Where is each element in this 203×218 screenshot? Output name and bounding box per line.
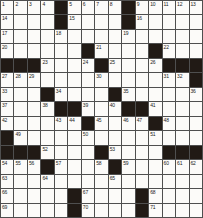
cell-r4c13[interactable]: 22 [163,44,175,57]
clue-number-46: 46 [123,117,128,123]
cell-r4c8[interactable]: 21 [95,44,107,57]
cell-r7c8[interactable] [95,88,107,101]
cell-r1c9[interactable]: 8 [109,1,121,14]
cell-r10c5[interactable] [55,131,67,144]
cell-r7c1[interactable]: 33 [1,88,13,101]
black-square-r15c11 [136,204,148,217]
clue-number-43: 43 [56,117,61,123]
cell-r10c13[interactable] [163,131,175,144]
black-square-r11c1 [1,146,13,159]
cell-r9c15[interactable] [190,117,202,130]
cell-r11c7[interactable] [82,146,94,159]
clue-number-19: 19 [123,30,128,36]
cell-r1c4[interactable]: 4 [41,1,53,14]
cell-r14c14[interactable] [176,189,188,202]
black-square-r4c12 [149,44,161,57]
clue-number-59: 59 [123,160,128,166]
cell-r12c8[interactable]: 58 [95,160,107,173]
clue-number-49: 49 [15,131,20,137]
clue-number-9: 9 [137,1,140,7]
cell-r1c14[interactable]: 12 [176,1,188,14]
cell-r15c8[interactable] [95,204,107,217]
cell-r13c2[interactable] [14,175,26,188]
black-square-r5c3 [28,59,40,72]
cell-r8c14[interactable] [176,102,188,115]
cell-r8c2[interactable] [14,102,26,115]
cell-r12c12[interactable] [149,160,161,173]
clue-number-33: 33 [2,88,7,94]
clue-number-58: 58 [96,160,101,166]
cell-r8c4[interactable]: 38 [41,102,53,115]
cell-r3c10[interactable]: 19 [122,30,134,43]
clue-number-15: 15 [69,15,74,21]
clue-number-36: 36 [191,88,196,94]
clue-number-54: 54 [2,160,7,166]
cell-r8c13[interactable] [163,102,175,115]
clue-number-39: 39 [83,102,88,108]
clue-number-7: 7 [96,1,99,7]
clue-number-69: 69 [2,204,7,210]
cell-r3c8[interactable] [95,30,107,43]
cell-r13c15[interactable] [190,175,202,188]
cell-r14c13[interactable] [163,189,175,202]
cell-r15c15[interactable] [190,204,202,217]
black-square-r7c4 [41,88,53,101]
cell-r7c7[interactable] [82,88,94,101]
cell-r11c6[interactable] [68,146,80,159]
cell-r9c3[interactable] [28,117,40,130]
clue-number-40: 40 [110,102,115,108]
cell-r7c2[interactable] [14,88,26,101]
cell-r13c14[interactable] [176,175,188,188]
black-square-r11c14 [176,146,188,159]
black-square-r12c9 [109,160,121,173]
black-square-r11c3 [28,146,40,159]
clue-number-37: 37 [2,102,7,108]
cell-r3c15[interactable] [190,30,202,43]
cell-r3c3[interactable] [28,30,40,43]
black-square-r14c11 [136,189,148,202]
clue-number-23: 23 [42,59,47,65]
cell-r7c6[interactable] [68,88,80,101]
cell-r12c7[interactable] [82,160,94,173]
cell-r6c6[interactable] [68,73,80,86]
black-square-r10c1 [1,131,13,144]
clue-number-25: 25 [110,59,115,65]
cell-r9c10[interactable]: 46 [122,117,134,130]
clue-number-24: 24 [83,59,88,65]
cell-r15c1[interactable]: 69 [1,204,13,217]
cell-r6c4[interactable] [41,73,53,86]
black-square-r5c8 [95,59,107,72]
cell-r10c2[interactable]: 49 [14,131,26,144]
cell-r14c15[interactable] [190,189,202,202]
cell-r15c7[interactable]: 70 [82,204,94,217]
cell-r13c8[interactable] [95,175,107,188]
cell-r12c15[interactable]: 62 [190,160,202,173]
cell-r12c13[interactable]: 60 [163,160,175,173]
clue-number-42: 42 [2,117,7,123]
cell-r12c6[interactable] [68,160,80,173]
cell-r1c13[interactable]: 11 [163,1,175,14]
cell-r2c3[interactable] [28,15,40,28]
cell-r12c3[interactable]: 56 [28,160,40,173]
clue-number-45: 45 [96,117,101,123]
cell-r5c7[interactable]: 24 [82,59,94,72]
clue-number-44: 44 [69,117,74,123]
cell-r3c13[interactable] [163,30,175,43]
cell-r8c15[interactable] [190,102,202,115]
cell-r1c8[interactable]: 7 [95,1,107,14]
black-square-r8c5 [55,102,67,115]
cell-r6c13[interactable]: 31 [163,73,175,86]
clue-number-32: 32 [177,73,182,79]
cell-r7c5[interactable]: 34 [55,88,67,101]
black-square-r7c9 [109,88,121,101]
cell-r13c3[interactable] [28,175,40,188]
black-square-r4c7 [82,44,94,57]
clue-number-11: 11 [164,1,169,7]
clue-number-16: 16 [137,15,142,21]
black-square-r11c8 [95,146,107,159]
cell-r13c9[interactable]: 65 [109,175,121,188]
cell-r15c14[interactable] [176,204,188,217]
clue-number-61: 61 [177,160,182,166]
cell-r9c8[interactable]: 45 [95,117,107,130]
black-square-r14c6 [68,189,80,202]
cell-r4c4[interactable] [41,44,53,57]
cell-r3c11[interactable] [136,30,148,43]
cell-r2c12[interactable] [149,15,161,28]
cell-r6c5[interactable] [55,73,67,86]
cell-r2c8[interactable] [95,15,107,28]
cell-r10c7[interactable]: 50 [82,131,94,144]
cell-r6c9[interactable] [109,73,121,86]
cell-r4c14[interactable] [176,44,188,57]
cell-r13c1[interactable]: 63 [1,175,13,188]
clue-number-71: 71 [150,204,155,210]
cell-r4c5[interactable] [55,44,67,57]
cell-r9c11[interactable]: 47 [136,117,148,130]
cell-r4c10[interactable] [122,44,134,57]
clue-number-22: 22 [164,44,169,50]
cell-r1c11[interactable]: 9 [136,1,148,14]
cell-r11c11[interactable] [136,146,148,159]
cell-r9c5[interactable]: 43 [55,117,67,130]
cell-r11c12[interactable] [149,146,161,159]
cell-r11c10[interactable] [122,146,134,159]
clue-number-63: 63 [2,175,7,181]
cell-r13c5[interactable] [55,175,67,188]
black-square-r2c5 [55,15,67,28]
cell-r2c11[interactable]: 16 [136,15,148,28]
clue-number-4: 4 [42,1,45,7]
black-square-r5c15 [190,59,202,72]
clue-number-41: 41 [150,102,155,108]
cell-r10c11[interactable] [136,131,148,144]
cell-r7c15[interactable]: 36 [190,88,202,101]
clue-number-66: 66 [2,189,7,195]
cell-r13c7[interactable] [82,175,94,188]
clue-number-1: 1 [2,1,5,7]
cell-r11c5[interactable] [55,146,67,159]
cell-r3c12[interactable] [149,30,161,43]
cell-r15c12[interactable]: 71 [149,204,161,217]
cell-r13c6[interactable] [68,175,80,188]
cell-r3c5[interactable]: 18 [55,30,67,43]
cell-r8c12[interactable]: 41 [149,102,161,115]
cell-r6c12[interactable] [149,73,161,86]
black-square-r1c5 [55,1,67,14]
clue-number-2: 2 [15,1,18,7]
cell-r3c14[interactable] [176,30,188,43]
clue-number-52: 52 [42,146,47,152]
cell-r12c11[interactable] [136,160,148,173]
black-square-r1c10 [122,1,134,14]
clue-number-53: 53 [110,146,115,152]
cell-r15c4[interactable] [41,204,53,217]
clue-number-21: 21 [96,44,101,50]
clue-number-17: 17 [2,30,7,36]
clue-number-65: 65 [110,175,115,181]
cell-r14c2[interactable] [14,189,26,202]
cell-r14c7[interactable]: 67 [82,189,94,202]
cell-r5c6[interactable] [68,59,80,72]
cell-r11c9[interactable]: 53 [109,146,121,159]
cell-r9c4[interactable] [41,117,53,130]
cell-r15c10[interactable] [122,204,134,217]
clue-number-35: 35 [123,88,128,94]
cell-r2c2[interactable] [14,15,26,28]
black-square-r2c10 [122,15,134,28]
cell-r5c10[interactable] [122,59,134,72]
black-square-r8c10 [122,102,134,115]
cell-r15c9[interactable] [109,204,121,217]
clue-number-48: 48 [164,117,169,123]
cell-r4c2[interactable] [14,44,26,57]
clue-number-38: 38 [42,102,47,108]
cell-r14c12[interactable]: 68 [149,189,161,202]
black-square-r9c12 [149,117,161,130]
clue-number-34: 34 [56,88,61,94]
cell-r3c1[interactable]: 17 [1,30,13,43]
clue-number-20: 20 [2,44,7,50]
cell-r13c13[interactable] [163,175,175,188]
clue-number-51: 51 [150,131,155,137]
cell-r3c6[interactable] [68,30,80,43]
cell-r13c10[interactable] [122,175,134,188]
cell-r14c8[interactable] [95,189,107,202]
cell-r1c6[interactable]: 5 [68,1,80,14]
cell-r2c6[interactable]: 15 [68,15,80,28]
cell-r14c5[interactable] [55,189,67,202]
cell-r6c10[interactable] [122,73,134,86]
cell-r6c3[interactable]: 29 [28,73,40,86]
clue-number-12: 12 [177,1,182,7]
cell-r6c7[interactable] [82,73,94,86]
cell-r8c1[interactable]: 37 [1,102,13,115]
cell-r4c9[interactable] [109,44,121,57]
cell-r2c9[interactable] [109,15,121,28]
clue-number-6: 6 [83,1,86,7]
cell-r1c2[interactable]: 2 [14,1,26,14]
cell-r1c3[interactable]: 3 [28,1,40,14]
cell-r13c12[interactable] [149,175,161,188]
cell-r10c15[interactable] [190,131,202,144]
cell-r7c3[interactable] [28,88,40,101]
clue-number-50: 50 [83,131,88,137]
cell-r14c3[interactable] [28,189,40,202]
cell-r3c7[interactable] [82,30,94,43]
cell-r1c15[interactable]: 13 [190,1,202,14]
clue-number-10: 10 [150,1,155,7]
clue-number-8: 8 [110,1,113,7]
cell-r8c7[interactable]: 39 [82,102,94,115]
clue-number-29: 29 [29,73,34,79]
cell-r10c10[interactable] [122,131,134,144]
cell-r12c5[interactable]: 57 [55,160,67,173]
cell-r6c11[interactable] [136,73,148,86]
cell-r7c13[interactable] [163,88,175,101]
cell-r15c5[interactable] [55,204,67,217]
cell-r7c11[interactable] [136,88,148,101]
black-square-r6c15 [190,73,202,86]
cell-r2c1[interactable]: 14 [1,15,13,28]
cell-r8c8[interactable] [95,102,107,115]
clue-number-47: 47 [137,117,142,123]
clue-number-5: 5 [69,1,72,7]
cell-r7c10[interactable]: 35 [122,88,134,101]
clue-number-30: 30 [96,73,101,79]
cell-r11c4[interactable]: 52 [41,146,53,159]
cell-r10c4[interactable] [41,131,53,144]
cell-r12c14[interactable]: 61 [176,160,188,173]
cell-r3c4[interactable] [41,30,53,43]
clue-number-27: 27 [2,73,7,79]
cell-r10c3[interactable] [28,131,40,144]
cell-r7c14[interactable] [176,88,188,101]
clue-number-67: 67 [83,189,88,195]
cell-r1c1[interactable]: 1 [1,1,13,14]
black-square-r12c4 [41,160,53,173]
cell-r9c6[interactable]: 44 [68,117,80,130]
black-square-r5c13 [163,59,175,72]
clue-number-68: 68 [150,189,155,195]
clue-number-55: 55 [15,160,20,166]
cell-r9c9[interactable] [109,117,121,130]
cell-r8c3[interactable] [28,102,40,115]
cell-r5c9[interactable]: 25 [109,59,121,72]
cell-r10c14[interactable] [176,131,188,144]
crossword-grid: 1234567891011121314151617181920212223242… [0,0,203,218]
cell-r10c8[interactable] [95,131,107,144]
cell-r15c2[interactable] [14,204,26,217]
cell-r15c3[interactable] [28,204,40,217]
clue-number-64: 64 [42,175,47,181]
black-square-r15c6 [68,204,80,217]
cell-r9c14[interactable] [176,117,188,130]
cell-r2c13[interactable] [163,15,175,28]
cell-r14c9[interactable] [109,189,121,202]
clue-number-13: 13 [191,1,196,7]
clue-number-31: 31 [164,73,169,79]
cell-r12c1[interactable]: 54 [1,160,13,173]
cell-r5c12[interactable]: 26 [149,59,161,72]
black-square-r9c7 [82,117,94,130]
cell-r1c7[interactable]: 6 [82,1,94,14]
cell-r9c2[interactable] [14,117,26,130]
black-square-r8c6 [68,102,80,115]
clue-number-3: 3 [29,1,32,7]
cell-r6c8[interactable]: 30 [95,73,107,86]
cell-r10c12[interactable]: 51 [149,131,161,144]
cell-r5c11[interactable] [136,59,148,72]
cell-r9c1[interactable]: 42 [1,117,13,130]
cell-r2c7[interactable] [82,15,94,28]
cell-r13c4[interactable]: 64 [41,175,53,188]
clue-number-56: 56 [29,160,34,166]
cell-r7c12[interactable] [149,88,161,101]
cell-r3c9[interactable] [109,30,121,43]
clue-number-57: 57 [56,160,61,166]
clue-number-14: 14 [2,15,7,21]
cell-r4c1[interactable]: 20 [1,44,13,57]
black-square-r11c15 [190,146,202,159]
clue-number-60: 60 [164,160,169,166]
clue-number-28: 28 [15,73,20,79]
clue-number-70: 70 [83,204,88,210]
cell-r4c15[interactable] [190,44,202,57]
cell-r4c3[interactable] [28,44,40,57]
black-square-r5c2 [14,59,26,72]
cell-r14c1[interactable]: 66 [1,189,13,202]
cell-r10c6[interactable] [68,131,80,144]
cell-r5c4[interactable]: 23 [41,59,53,72]
cell-r6c14[interactable]: 32 [176,73,188,86]
black-square-r5c14 [176,59,188,72]
cell-r5c5[interactable] [55,59,67,72]
cell-r2c14[interactable] [176,15,188,28]
cell-r12c2[interactable]: 55 [14,160,26,173]
cell-r6c1[interactable]: 27 [1,73,13,86]
cell-r2c4[interactable] [41,15,53,28]
cell-r2c15[interactable] [190,15,202,28]
cell-r9c13[interactable]: 48 [163,117,175,130]
cell-r10c9[interactable] [109,131,121,144]
cell-r13c11[interactable] [136,175,148,188]
cell-r6c2[interactable]: 28 [14,73,26,86]
black-square-r8c11 [136,102,148,115]
clue-number-18: 18 [56,30,61,36]
clue-number-26: 26 [150,59,155,65]
cell-r4c11[interactable] [136,44,148,57]
cell-r12c10[interactable]: 59 [122,160,134,173]
black-square-r5c1 [1,59,13,72]
cell-r4c6[interactable] [68,44,80,57]
cell-r14c10[interactable] [122,189,134,202]
black-square-r11c2 [14,146,26,159]
cell-r3c2[interactable] [14,30,26,43]
cell-r8c9[interactable]: 40 [109,102,121,115]
cell-r15c13[interactable] [163,204,175,217]
cell-r1c12[interactable]: 10 [149,1,161,14]
cell-r14c4[interactable] [41,189,53,202]
black-square-r11c13 [163,146,175,159]
clue-number-62: 62 [191,160,196,166]
